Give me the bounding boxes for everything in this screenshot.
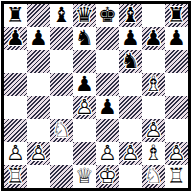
square-g5[interactable]: ♝♗ [142, 73, 165, 96]
square-h1[interactable]: ♜♖ [165, 165, 188, 188]
square-h2[interactable]: ♟♙ [165, 142, 188, 165]
square-b2[interactable]: ♟♙ [27, 142, 50, 165]
square-h4[interactable] [165, 96, 188, 119]
square-a6[interactable] [4, 50, 27, 73]
square-b8[interactable] [27, 4, 50, 27]
black-pawn-piece: ♟♟ [165, 27, 188, 50]
square-e1[interactable]: ♚♔ [96, 165, 119, 188]
square-a5[interactable] [4, 73, 27, 96]
black-pawn-piece: ♟♟ [142, 27, 165, 50]
square-e6[interactable] [96, 50, 119, 73]
white-pawn-piece: ♟♙ [119, 142, 142, 165]
square-d1[interactable]: ♛♕ [73, 165, 96, 188]
square-f3[interactable] [119, 119, 142, 142]
square-c2[interactable] [50, 142, 73, 165]
white-king-piece: ♚♔ [96, 165, 119, 188]
square-f2[interactable]: ♟♙ [119, 142, 142, 165]
square-c4[interactable] [50, 96, 73, 119]
square-a2[interactable]: ♟♙ [4, 142, 27, 165]
black-rook-piece: ♜♜ [165, 4, 188, 27]
square-d5[interactable]: ♟♟ [73, 73, 96, 96]
square-f6[interactable]: ♞♞ [119, 50, 142, 73]
white-pawn-piece: ♟♙ [73, 96, 96, 119]
black-bishop-piece: ♝♝ [50, 4, 73, 27]
square-c8[interactable]: ♝♝ [50, 4, 73, 27]
square-c5[interactable] [50, 73, 73, 96]
square-d3[interactable] [73, 119, 96, 142]
square-a4[interactable] [4, 96, 27, 119]
square-b1[interactable] [27, 165, 50, 188]
square-d2[interactable] [73, 142, 96, 165]
black-pawn-piece: ♟♟ [119, 27, 142, 50]
square-g7[interactable]: ♟♟ [142, 27, 165, 50]
square-b6[interactable] [27, 50, 50, 73]
square-c1[interactable] [50, 165, 73, 188]
square-h6[interactable] [165, 50, 188, 73]
black-knight-piece: ♞♞ [119, 50, 142, 73]
board-frame: ♜♜♝♝♛♛♚♚♝♝♜♜♟♟♟♟♞♞♟♟♟♟♟♟♞♞♟♟♝♗♟♙♟♟♞♘♟♙♟♙… [1, 1, 191, 191]
square-h3[interactable] [165, 119, 188, 142]
black-knight-piece: ♞♞ [73, 27, 96, 50]
square-f7[interactable]: ♟♟ [119, 27, 142, 50]
white-queen-piece: ♛♕ [73, 165, 96, 188]
square-a1[interactable]: ♜♖ [4, 165, 27, 188]
square-f1[interactable] [119, 165, 142, 188]
square-c7[interactable] [50, 27, 73, 50]
black-pawn-piece: ♟♟ [27, 27, 50, 50]
square-d6[interactable] [73, 50, 96, 73]
square-f8[interactable]: ♝♝ [119, 4, 142, 27]
white-knight-piece: ♞♘ [50, 119, 73, 142]
chess-diagram: ♜♜♝♝♛♛♚♚♝♝♜♜♟♟♟♟♞♞♟♟♟♟♟♟♞♞♟♟♝♗♟♙♟♟♞♘♟♙♟♙… [0, 0, 193, 193]
square-g6[interactable] [142, 50, 165, 73]
black-bishop-piece: ♝♝ [119, 4, 142, 27]
square-b3[interactable] [27, 119, 50, 142]
square-e5[interactable] [96, 73, 119, 96]
square-b7[interactable]: ♟♟ [27, 27, 50, 50]
black-pawn-piece: ♟♟ [4, 27, 27, 50]
square-a3[interactable] [4, 119, 27, 142]
square-a7[interactable]: ♟♟ [4, 27, 27, 50]
black-rook-piece: ♜♜ [4, 4, 27, 27]
white-bishop-piece: ♝♗ [142, 73, 165, 96]
white-rook-piece: ♜♖ [165, 165, 188, 188]
white-knight-piece: ♞♘ [142, 165, 165, 188]
square-e4[interactable]: ♟♟ [96, 96, 119, 119]
black-pawn-piece: ♟♟ [96, 96, 119, 119]
square-b4[interactable] [27, 96, 50, 119]
square-e8[interactable]: ♚♚ [96, 4, 119, 27]
black-queen-piece: ♛♛ [73, 4, 96, 27]
square-e3[interactable] [96, 119, 119, 142]
square-a8[interactable]: ♜♜ [4, 4, 27, 27]
square-g3[interactable]: ♟♙ [142, 119, 165, 142]
white-pawn-piece: ♟♙ [27, 142, 50, 165]
square-h7[interactable]: ♟♟ [165, 27, 188, 50]
square-g8[interactable] [142, 4, 165, 27]
square-f5[interactable] [119, 73, 142, 96]
square-b5[interactable] [27, 73, 50, 96]
square-h8[interactable]: ♜♜ [165, 4, 188, 27]
white-pawn-piece: ♟♙ [96, 142, 119, 165]
square-e2[interactable]: ♟♙ [96, 142, 119, 165]
square-g4[interactable] [142, 96, 165, 119]
square-h5[interactable] [165, 73, 188, 96]
square-e7[interactable] [96, 27, 119, 50]
square-c3[interactable]: ♞♘ [50, 119, 73, 142]
square-g1[interactable]: ♞♘ [142, 165, 165, 188]
black-king-piece: ♚♚ [96, 4, 119, 27]
square-c6[interactable] [50, 50, 73, 73]
white-pawn-piece: ♟♙ [4, 142, 27, 165]
white-pawn-piece: ♟♙ [142, 119, 165, 142]
square-d4[interactable]: ♟♙ [73, 96, 96, 119]
white-rook-piece: ♜♖ [4, 165, 27, 188]
square-d8[interactable]: ♛♛ [73, 4, 96, 27]
square-g2[interactable]: ♝♗ [142, 142, 165, 165]
white-pawn-piece: ♟♙ [165, 142, 188, 165]
chess-board: ♜♜♝♝♛♛♚♚♝♝♜♜♟♟♟♟♞♞♟♟♟♟♟♟♞♞♟♟♝♗♟♙♟♟♞♘♟♙♟♙… [4, 4, 188, 188]
square-d7[interactable]: ♞♞ [73, 27, 96, 50]
white-bishop-piece: ♝♗ [142, 142, 165, 165]
black-pawn-piece: ♟♟ [73, 73, 96, 96]
square-f4[interactable] [119, 96, 142, 119]
